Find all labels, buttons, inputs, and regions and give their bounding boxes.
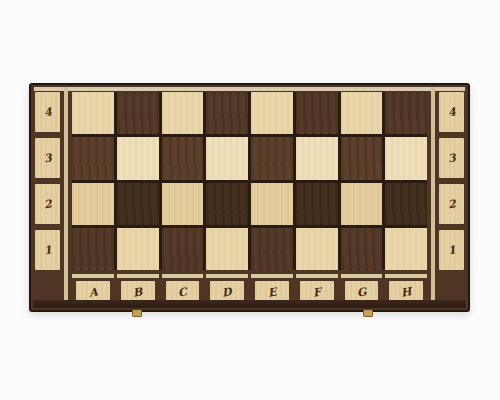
rank-label-text: 2	[447, 198, 456, 210]
file-label-text: C	[177, 286, 188, 298]
rank-label-left-2: 2	[35, 184, 60, 224]
board-grid	[72, 92, 427, 270]
board-top-edge-highlight	[34, 87, 465, 91]
rank-label-right-4: 4	[439, 92, 464, 132]
rank-label-right-1: 1	[439, 230, 464, 270]
file-label-text: B	[132, 286, 143, 298]
square-g1	[341, 228, 383, 270]
square-e3	[251, 137, 293, 179]
rank-label-text: 1	[447, 244, 456, 256]
square-d4	[206, 92, 248, 134]
product-photo: 4321 4321 ABCDEFGH	[0, 0, 500, 400]
square-g3	[341, 137, 383, 179]
rank-label-right-2: 2	[439, 184, 464, 224]
square-f3	[296, 137, 338, 179]
pinstripe-segment	[341, 274, 383, 278]
file-label-text: H	[400, 286, 412, 299]
pinstripe-segment	[162, 274, 204, 278]
hinge-left	[132, 310, 142, 317]
rank-label-text: 1	[43, 244, 52, 256]
chess-board-box: 4321 4321 ABCDEFGH	[29, 83, 470, 312]
square-a4	[72, 92, 114, 134]
square-c3	[162, 137, 204, 179]
square-d3	[206, 137, 248, 179]
square-g4	[341, 92, 383, 134]
left-pinstripe-inlay	[64, 87, 68, 308]
square-a1	[72, 228, 114, 270]
rank-label-text: 4	[447, 106, 456, 118]
square-c4	[162, 92, 204, 134]
square-c2	[162, 183, 204, 225]
square-b3	[117, 137, 159, 179]
pinstripe-segment	[117, 274, 159, 278]
file-label-text: G	[356, 286, 367, 298]
square-f2	[296, 183, 338, 225]
box-front-edge	[33, 300, 466, 308]
square-h4	[385, 92, 427, 134]
pinstripe-segment	[385, 274, 427, 278]
square-d1	[206, 228, 248, 270]
rank-label-text: 2	[43, 198, 52, 210]
square-h3	[385, 137, 427, 179]
right-pinstripe-inlay	[431, 87, 435, 308]
file-label-text: D	[221, 286, 232, 298]
rank-label-text: 3	[43, 152, 52, 164]
rank-label-text: 4	[43, 106, 52, 118]
square-a3	[72, 137, 114, 179]
rank-label-left-1: 1	[35, 230, 60, 270]
pinstripe-segment	[251, 274, 293, 278]
rank-label-left-3: 3	[35, 138, 60, 178]
square-b2	[117, 183, 159, 225]
left-rank-labels: 4321	[35, 92, 60, 270]
pinstripe-segment	[296, 274, 338, 278]
square-c1	[162, 228, 204, 270]
rank-label-right-3: 3	[439, 138, 464, 178]
square-d2	[206, 183, 248, 225]
pinstripe-segment	[206, 274, 248, 278]
square-h1	[385, 228, 427, 270]
square-h2	[385, 183, 427, 225]
right-rank-labels: 4321	[439, 92, 464, 270]
pinstripe-segment	[72, 274, 114, 278]
file-label-text: E	[267, 286, 277, 298]
rank-label-left-4: 4	[35, 92, 60, 132]
square-a2	[72, 183, 114, 225]
square-f1	[296, 228, 338, 270]
bottom-pinstripe-inlay	[72, 274, 427, 278]
hinge-right	[363, 310, 373, 317]
square-e1	[251, 228, 293, 270]
square-e2	[251, 183, 293, 225]
square-b4	[117, 92, 159, 134]
square-b1	[117, 228, 159, 270]
square-e4	[251, 92, 293, 134]
file-label-text: A	[88, 286, 98, 298]
square-g2	[341, 183, 383, 225]
file-label-text: F	[312, 286, 322, 298]
rank-label-text: 3	[447, 152, 456, 164]
square-f4	[296, 92, 338, 134]
